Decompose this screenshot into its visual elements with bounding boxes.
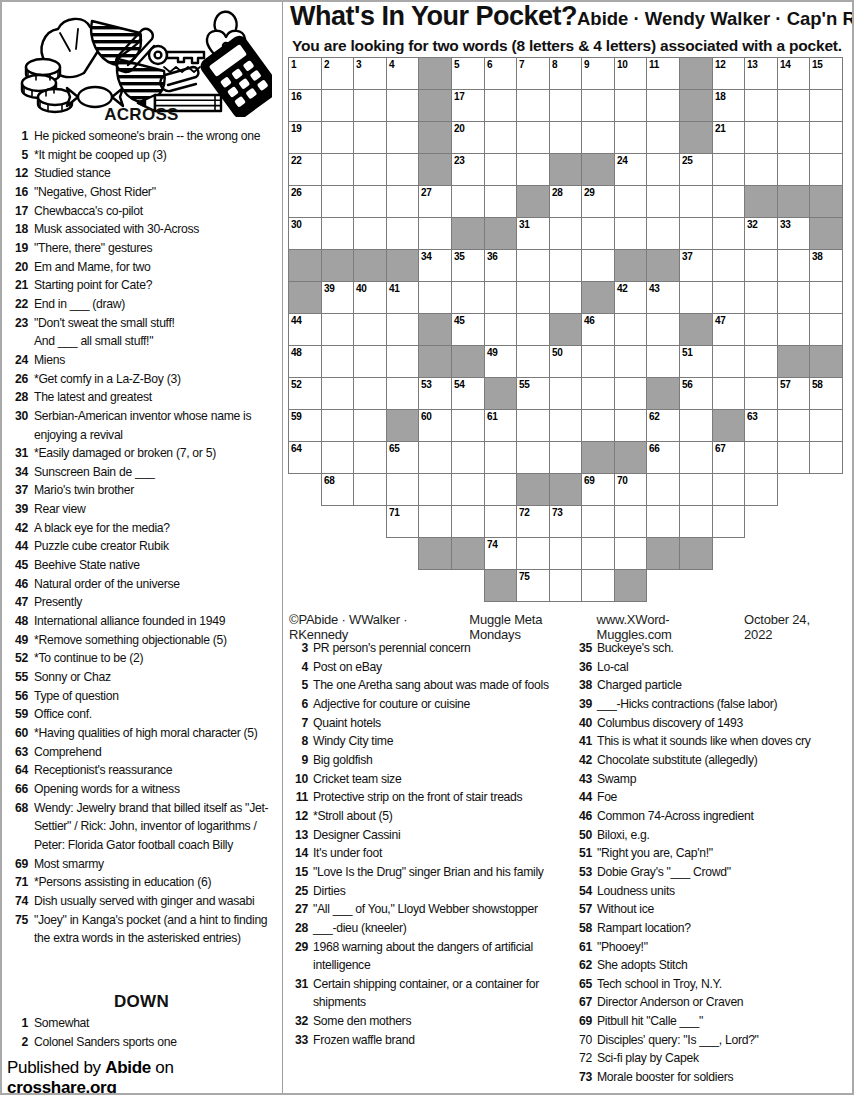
grid-cell[interactable] <box>744 313 778 346</box>
grid-cell[interactable] <box>581 409 615 442</box>
grid-cell[interactable] <box>646 473 680 506</box>
grid-cell[interactable]: 44 <box>288 313 322 346</box>
grid-cell[interactable] <box>386 345 419 378</box>
clue-number: 41 <box>572 732 597 751</box>
across-clue: 75"Joey" in Kanga's pocket (and a hint t… <box>4 911 281 948</box>
grid-cell[interactable] <box>744 377 778 410</box>
grid-cell[interactable] <box>549 121 582 154</box>
grid-cell[interactable]: 14 <box>777 57 810 90</box>
cell-number: 51 <box>682 347 693 358</box>
grid-cell[interactable] <box>484 441 517 474</box>
grid-cell[interactable] <box>712 505 745 538</box>
grid-cell[interactable]: 26 <box>288 185 322 218</box>
grid-cell[interactable] <box>614 89 647 122</box>
grid-cell[interactable]: 23 <box>451 153 485 186</box>
block-cell <box>679 57 713 90</box>
grid-cell[interactable]: 72 <box>516 505 550 538</box>
grid-cell[interactable] <box>516 281 550 314</box>
grid-cell[interactable]: 34 <box>418 249 452 282</box>
grid-cell[interactable] <box>809 153 843 186</box>
grid-cell[interactable] <box>549 409 582 442</box>
grid-cell[interactable]: 28 <box>549 185 582 218</box>
grid-cell[interactable]: 30 <box>288 217 322 250</box>
block-cell <box>679 89 713 122</box>
grid-cell[interactable]: 10 <box>614 57 647 90</box>
block-cell <box>418 537 452 570</box>
across-clue: 18Musk associated with 30-Across <box>4 220 281 239</box>
grid-cell[interactable] <box>744 153 778 186</box>
grid-cell[interactable] <box>614 377 647 410</box>
across-clue: 68Wendy: Jewelry brand that billed itsel… <box>4 799 281 855</box>
cell-number: 28 <box>552 187 563 198</box>
grid-cell[interactable] <box>386 153 419 186</box>
grid-cell[interactable] <box>549 249 582 282</box>
grid-cell[interactable] <box>809 89 843 122</box>
grid-cell[interactable] <box>581 89 615 122</box>
grid-cell[interactable]: 70 <box>614 473 647 506</box>
grid-cell[interactable]: 35 <box>451 249 485 282</box>
grid-cell[interactable]: 41 <box>386 281 419 314</box>
across-clue: 46Natural order of the universe <box>4 575 281 594</box>
clue-number: 23 <box>4 314 34 333</box>
grid-cell[interactable] <box>484 505 517 538</box>
grid-cell[interactable]: 7 <box>516 57 550 90</box>
grid-cell[interactable]: 8 <box>549 57 582 90</box>
grid-cell[interactable] <box>744 121 778 154</box>
grid-cell[interactable] <box>679 217 713 250</box>
grid-cell[interactable]: 62 <box>646 409 680 442</box>
grid-cell[interactable]: 68 <box>321 473 354 506</box>
grid-cell[interactable] <box>321 441 354 474</box>
across-clue: 21Starting point for Cate? <box>4 276 281 295</box>
grid-cell[interactable]: 58 <box>809 377 843 410</box>
grid-cell[interactable] <box>353 89 387 122</box>
grid-cell[interactable] <box>646 153 680 186</box>
grid-cell[interactable] <box>353 313 387 346</box>
clue-number: 33 <box>288 1031 313 1050</box>
grid-cell[interactable] <box>386 121 419 154</box>
cell-number: 36 <box>487 251 498 262</box>
grid-cell[interactable] <box>712 185 745 218</box>
grid-cell[interactable] <box>712 281 745 314</box>
cell-number: 45 <box>454 315 465 326</box>
grid-cell[interactable]: 71 <box>386 505 419 538</box>
grid-cell[interactable] <box>321 313 354 346</box>
grid-cell[interactable]: 75 <box>516 569 550 602</box>
grid-cell[interactable] <box>744 441 778 474</box>
block-cell <box>386 249 419 282</box>
grid-cell[interactable] <box>516 249 550 282</box>
grid-cell[interactable] <box>777 121 810 154</box>
grid-cell[interactable] <box>484 121 517 154</box>
grid-cell[interactable] <box>418 473 452 506</box>
grid-cell[interactable] <box>809 441 843 474</box>
grid-cell[interactable] <box>712 217 745 250</box>
grid-cell[interactable]: 47 <box>712 313 745 346</box>
clue-text: Musk associated with 30-Across <box>34 220 281 239</box>
down-clue: 1Somewhat <box>4 1014 281 1033</box>
clue-number: 42 <box>4 519 34 538</box>
grid-cell[interactable] <box>581 121 615 154</box>
clue-text: Starting point for Cate? <box>34 276 281 295</box>
down-clue: 58Rampart location? <box>572 919 852 938</box>
grid-cell[interactable] <box>614 345 647 378</box>
grid-cell[interactable] <box>744 345 778 378</box>
grid-cell[interactable]: 46 <box>581 313 615 346</box>
grid-cell[interactable] <box>679 505 713 538</box>
grid-cell[interactable] <box>614 217 647 250</box>
cell-number: 23 <box>454 155 465 166</box>
clue-text: Presently <box>34 593 281 612</box>
grid-cell[interactable]: 50 <box>549 345 582 378</box>
grid-cell[interactable] <box>321 217 354 250</box>
grid-cell[interactable] <box>744 473 778 506</box>
grid-cell[interactable] <box>777 89 810 122</box>
grid-cell[interactable] <box>549 441 582 474</box>
grid-cell[interactable] <box>321 121 354 154</box>
grid-cell[interactable]: 22 <box>288 153 322 186</box>
grid-cell[interactable] <box>744 249 778 282</box>
clue-text: The one Aretha sang about was made of fo… <box>313 676 564 695</box>
grid-cell[interactable] <box>744 281 778 314</box>
block-cell <box>549 313 582 346</box>
grid-cell[interactable] <box>614 409 647 442</box>
clue-text: ___-dieu (kneeler) <box>313 919 564 938</box>
grid-cell[interactable] <box>516 409 550 442</box>
grid-cell[interactable]: 45 <box>451 313 485 346</box>
grid-cell[interactable] <box>809 409 843 442</box>
grid-cell[interactable] <box>321 409 354 442</box>
grid-cell[interactable]: 1 <box>288 57 322 90</box>
block-cell <box>549 473 582 506</box>
grid-cell[interactable] <box>418 505 452 538</box>
grid-cell[interactable] <box>712 249 745 282</box>
grid-cell[interactable] <box>679 441 713 474</box>
grid-cell[interactable]: 43 <box>646 281 680 314</box>
grid-cell[interactable] <box>614 505 647 538</box>
grid-cell[interactable]: 40 <box>353 281 387 314</box>
clue-text: Mario's twin brother <box>34 481 281 500</box>
grid-cell[interactable] <box>353 409 387 442</box>
down-clue: 38Charged particle <box>572 676 852 695</box>
grid-cell[interactable]: 51 <box>679 345 713 378</box>
across-clue: 26*Get comfy in a La-Z-Boy (3) <box>4 370 281 389</box>
grid-cell[interactable] <box>353 185 387 218</box>
grid-cell[interactable]: 52 <box>288 377 322 410</box>
grid-cell[interactable] <box>321 345 354 378</box>
grid-cell[interactable]: 67 <box>712 441 745 474</box>
grid-cell[interactable] <box>549 569 582 602</box>
grid-cell[interactable] <box>679 185 713 218</box>
grid-cell[interactable]: 27 <box>418 185 452 218</box>
grid-cell[interactable] <box>777 409 810 442</box>
grid-cell[interactable] <box>451 281 485 314</box>
down-clue: 31Certain shipping container, or a conta… <box>288 975 564 1012</box>
grid-cell[interactable]: 33 <box>777 217 810 250</box>
grid-cell[interactable]: 19 <box>288 121 322 154</box>
grid-cell[interactable] <box>386 217 419 250</box>
clue-number: 45 <box>4 556 34 575</box>
grid-cell[interactable] <box>646 345 680 378</box>
across-clue: 63Comprehend <box>4 743 281 762</box>
cell-number: 75 <box>519 571 530 582</box>
grid-cell[interactable]: 56 <box>679 377 713 410</box>
grid-cell[interactable]: 48 <box>288 345 322 378</box>
grid-cell[interactable] <box>646 217 680 250</box>
grid-cell[interactable] <box>549 537 582 570</box>
crossword-grid: 1234567891011121314151617181920212223242… <box>288 57 842 601</box>
down-clue-list-col1: 3PR person's perennial concern4Post on e… <box>288 639 564 1049</box>
grid-cell[interactable]: 17 <box>451 89 485 122</box>
grid-cell[interactable] <box>516 313 550 346</box>
grid-cell[interactable] <box>614 121 647 154</box>
grid-cell[interactable]: 60 <box>418 409 452 442</box>
grid-cell[interactable] <box>484 153 517 186</box>
cell-number: 30 <box>291 219 302 230</box>
candy-icon <box>67 87 123 107</box>
across-clue: 39Rear view <box>4 500 281 519</box>
grid-cell[interactable] <box>679 409 713 442</box>
across-clue: 17Chewbacca's co-pilot <box>4 202 281 221</box>
grid-cell[interactable]: 37 <box>679 249 713 282</box>
grid-cell[interactable]: 24 <box>614 153 647 186</box>
across-clue: 31*Easily damaged or broken (7, or 5) <box>4 444 281 463</box>
grid-cell[interactable] <box>516 153 550 186</box>
clue-text: *It might be cooped up (3) <box>34 146 281 165</box>
grid-cell[interactable] <box>809 121 843 154</box>
grid-cell[interactable] <box>386 313 419 346</box>
down-clue: 43Swamp <box>572 770 852 789</box>
grid-cell[interactable] <box>386 89 419 122</box>
grid-cell[interactable] <box>646 121 680 154</box>
grid-cell[interactable]: 42 <box>614 281 647 314</box>
grid-cell[interactable] <box>581 249 615 282</box>
grid-cell[interactable] <box>777 313 810 346</box>
grid-cell[interactable] <box>581 345 615 378</box>
down-clue: 70Disciples' query: "Is ___, Lord?" <box>572 1031 852 1050</box>
grid-cell[interactable] <box>581 537 615 570</box>
grid-cell[interactable] <box>712 345 745 378</box>
grid-cell[interactable] <box>777 441 810 474</box>
grid-cell[interactable] <box>386 377 419 410</box>
down-clue: 62She adopts Stitch <box>572 956 852 975</box>
clue-text: Designer Cassini <box>313 826 564 845</box>
grid-cell[interactable]: 3 <box>353 57 387 90</box>
grid-cell[interactable] <box>418 281 452 314</box>
block-cell <box>712 409 745 442</box>
grid-cell[interactable] <box>451 473 485 506</box>
grid-cell[interactable] <box>614 185 647 218</box>
grid-cell[interactable] <box>451 409 485 442</box>
cell-number: 47 <box>715 315 726 326</box>
grid-cell[interactable] <box>646 185 680 218</box>
grid-cell[interactable] <box>484 313 517 346</box>
grid-cell[interactable]: 31 <box>516 217 550 250</box>
grid-cell[interactable]: 29 <box>581 185 615 218</box>
clue-number: 28 <box>288 919 313 938</box>
clue-text: A black eye for the media? <box>34 519 281 538</box>
grid-cell[interactable] <box>679 281 713 314</box>
grid-cell[interactable]: 20 <box>451 121 485 154</box>
grid-cell[interactable] <box>353 345 387 378</box>
grid-cell[interactable] <box>321 185 354 218</box>
grid-cell[interactable] <box>451 441 485 474</box>
grid-cell[interactable]: 55 <box>516 377 550 410</box>
cell-number: 67 <box>715 443 726 454</box>
grid-cell[interactable]: 61 <box>484 409 517 442</box>
grid-cell[interactable] <box>549 281 582 314</box>
grid-cell[interactable]: 6 <box>484 57 517 90</box>
grid-cell[interactable]: 16 <box>288 89 322 122</box>
grid-cell[interactable] <box>353 121 387 154</box>
grid-cell[interactable]: 64 <box>288 441 322 474</box>
grid-cell[interactable] <box>321 153 354 186</box>
grid-cell[interactable]: 9 <box>581 57 615 90</box>
grid-cell[interactable] <box>549 89 582 122</box>
down-clue: 32Some den mothers <box>288 1012 564 1031</box>
grid-cell[interactable]: 49 <box>484 345 517 378</box>
down-clue: 44Foe <box>572 788 852 807</box>
block-cell <box>321 249 354 282</box>
grid-cell[interactable] <box>353 441 387 474</box>
clue-text: *Easily damaged or broken (7, or 5) <box>34 444 281 463</box>
site-name: crosshare.org <box>7 1078 116 1095</box>
clue-number: 70 <box>572 1031 597 1050</box>
down-clue: 291968 warning about the dangers of arti… <box>288 938 564 975</box>
grid-cell[interactable]: 73 <box>549 505 582 538</box>
grid-cell[interactable]: 74 <box>484 537 517 570</box>
grid-cell[interactable] <box>353 153 387 186</box>
grid-cell[interactable] <box>353 217 387 250</box>
grid-cell[interactable] <box>418 441 452 474</box>
grid-cell[interactable] <box>418 217 452 250</box>
grid-cell[interactable] <box>581 217 615 250</box>
grid-cell[interactable] <box>321 377 354 410</box>
clue-text: It's under foot <box>313 844 564 863</box>
grid-cell[interactable]: 5 <box>451 57 485 90</box>
grid-cell[interactable] <box>646 89 680 122</box>
clue-text: Somewhat <box>34 1014 281 1033</box>
grid-cell[interactable] <box>581 569 615 602</box>
grid-cell[interactable] <box>646 505 680 538</box>
cell-number: 13 <box>747 59 758 70</box>
grid-cell[interactable]: 25 <box>679 153 713 186</box>
meta-instruction: You are looking for two words (8 letters… <box>288 37 846 55</box>
cell-number: 33 <box>780 219 791 230</box>
grid-cell[interactable]: 65 <box>386 441 419 474</box>
grid-cell[interactable] <box>484 185 517 218</box>
grid-cell[interactable] <box>516 89 550 122</box>
grid-cell[interactable]: 59 <box>288 409 322 442</box>
grid-cell[interactable] <box>516 121 550 154</box>
clue-number: 43 <box>572 770 597 789</box>
cell-number: 42 <box>617 283 628 294</box>
grid-cell[interactable] <box>614 537 647 570</box>
down-clue: 8Windy City time <box>288 732 564 751</box>
grid-cell[interactable] <box>353 377 387 410</box>
grid-cell[interactable]: 66 <box>646 441 680 474</box>
grid-cell[interactable]: 57 <box>777 377 810 410</box>
grid-cell[interactable] <box>614 313 647 346</box>
grid-cell[interactable]: 63 <box>744 409 778 442</box>
down-clue: 46Common 74-Across ingredient <box>572 807 852 826</box>
grid-cell[interactable] <box>809 281 843 314</box>
grid-cell[interactable] <box>712 153 745 186</box>
grid-cell[interactable] <box>353 473 387 506</box>
grid-cell[interactable] <box>679 473 713 506</box>
clue-number: 17 <box>4 202 34 221</box>
clue-number: 51 <box>572 844 597 863</box>
grid-cell[interactable] <box>581 505 615 538</box>
grid-cell[interactable] <box>646 313 680 346</box>
grid-cell[interactable]: 11 <box>646 57 680 90</box>
grid-cell[interactable]: 39 <box>321 281 354 314</box>
grid-cell[interactable]: 12 <box>712 57 745 90</box>
grid-cell[interactable]: 32 <box>744 217 778 250</box>
clue-text: *Get comfy in a La-Z-Boy (3) <box>34 370 281 389</box>
grid-cell[interactable] <box>777 249 810 282</box>
cell-number: 49 <box>487 347 498 358</box>
cell-number: 57 <box>780 379 791 390</box>
grid-cell[interactable]: 53 <box>418 377 452 410</box>
clue-text: Swamp <box>597 770 852 789</box>
grid-cell[interactable]: 36 <box>484 249 517 282</box>
cell-number: 10 <box>617 59 628 70</box>
grid-cell[interactable] <box>484 473 517 506</box>
grid-cell[interactable] <box>484 281 517 314</box>
grid-cell[interactable] <box>712 473 745 506</box>
grid-cell[interactable] <box>386 185 419 218</box>
grid-cell[interactable] <box>484 89 517 122</box>
down-clue: 36Lo-cal <box>572 658 852 677</box>
clue-text: "Love Is the Drug" singer Brian and his … <box>313 863 564 882</box>
grid-cell[interactable]: 2 <box>321 57 354 90</box>
grid-cell[interactable]: 15 <box>809 57 843 90</box>
grid-cell[interactable] <box>712 377 745 410</box>
grid-cell[interactable]: 13 <box>744 57 778 90</box>
grid-cell[interactable] <box>516 441 550 474</box>
across-clue: 48International alliance founded in 1949 <box>4 612 281 631</box>
cell-number: 65 <box>389 443 400 454</box>
block-cell <box>516 185 550 218</box>
grid-cell[interactable]: 21 <box>712 121 745 154</box>
grid-cell[interactable]: 18 <box>712 89 745 122</box>
block-cell <box>451 345 485 378</box>
down-clue: 42Chocolate substitute (allegedly) <box>572 751 852 770</box>
grid-cell[interactable] <box>321 89 354 122</box>
down-clue: 53Dobie Gray's "___ Crowd" <box>572 863 852 882</box>
cell-number: 24 <box>617 155 628 166</box>
grid-cell[interactable] <box>744 89 778 122</box>
grid-cell[interactable] <box>451 185 485 218</box>
clue-text: Foe <box>597 788 852 807</box>
grid-cell[interactable]: 4 <box>386 57 419 90</box>
grid-cell[interactable] <box>809 313 843 346</box>
grid-cell[interactable]: 54 <box>451 377 485 410</box>
grid-cell[interactable] <box>549 217 582 250</box>
grid-cell[interactable] <box>516 345 550 378</box>
grid-cell[interactable] <box>777 281 810 314</box>
grid-cell[interactable] <box>549 377 582 410</box>
grid-cell[interactable] <box>386 473 419 506</box>
grid-cell[interactable]: 38 <box>809 249 843 282</box>
grid-cell[interactable]: 69 <box>581 473 615 506</box>
grid-cell[interactable] <box>451 505 485 538</box>
grid-cell[interactable] <box>777 153 810 186</box>
grid-cell[interactable] <box>516 537 550 570</box>
clue-number: 37 <box>4 481 34 500</box>
grid-cell[interactable] <box>581 377 615 410</box>
